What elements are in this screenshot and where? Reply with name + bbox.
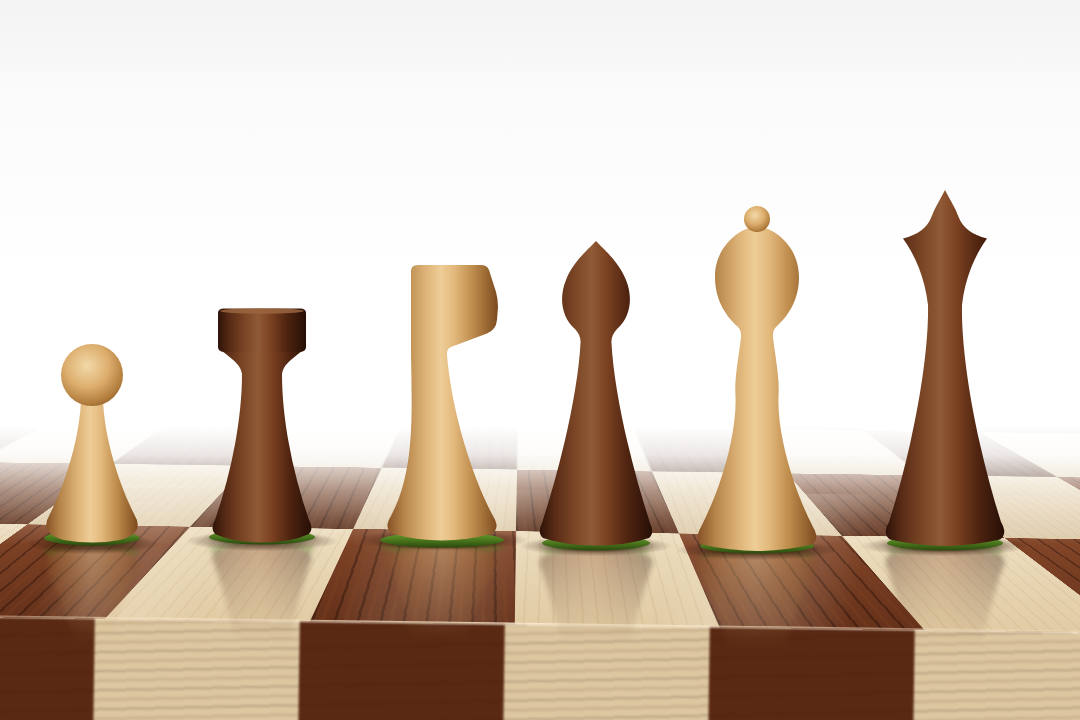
piece-black-bishop: [531, 239, 661, 552]
piece-white-queen: [687, 205, 827, 554]
piece-black-rook: [202, 306, 322, 546]
piece-white-knight: [369, 263, 515, 549]
piece-white-pawn: [37, 342, 147, 549]
white-queen-figure: [687, 205, 827, 554]
white-knight-figure: [369, 263, 515, 549]
black-king-figure: [875, 188, 1015, 551]
black-rook-figure: [202, 306, 322, 546]
white-pawn-figure: [37, 342, 147, 549]
board-front-face: [0, 617, 1080, 720]
black-bishop-figure: [531, 239, 661, 552]
piece-black-king: [875, 188, 1015, 551]
chess-set-photo-scene: [0, 0, 1080, 720]
